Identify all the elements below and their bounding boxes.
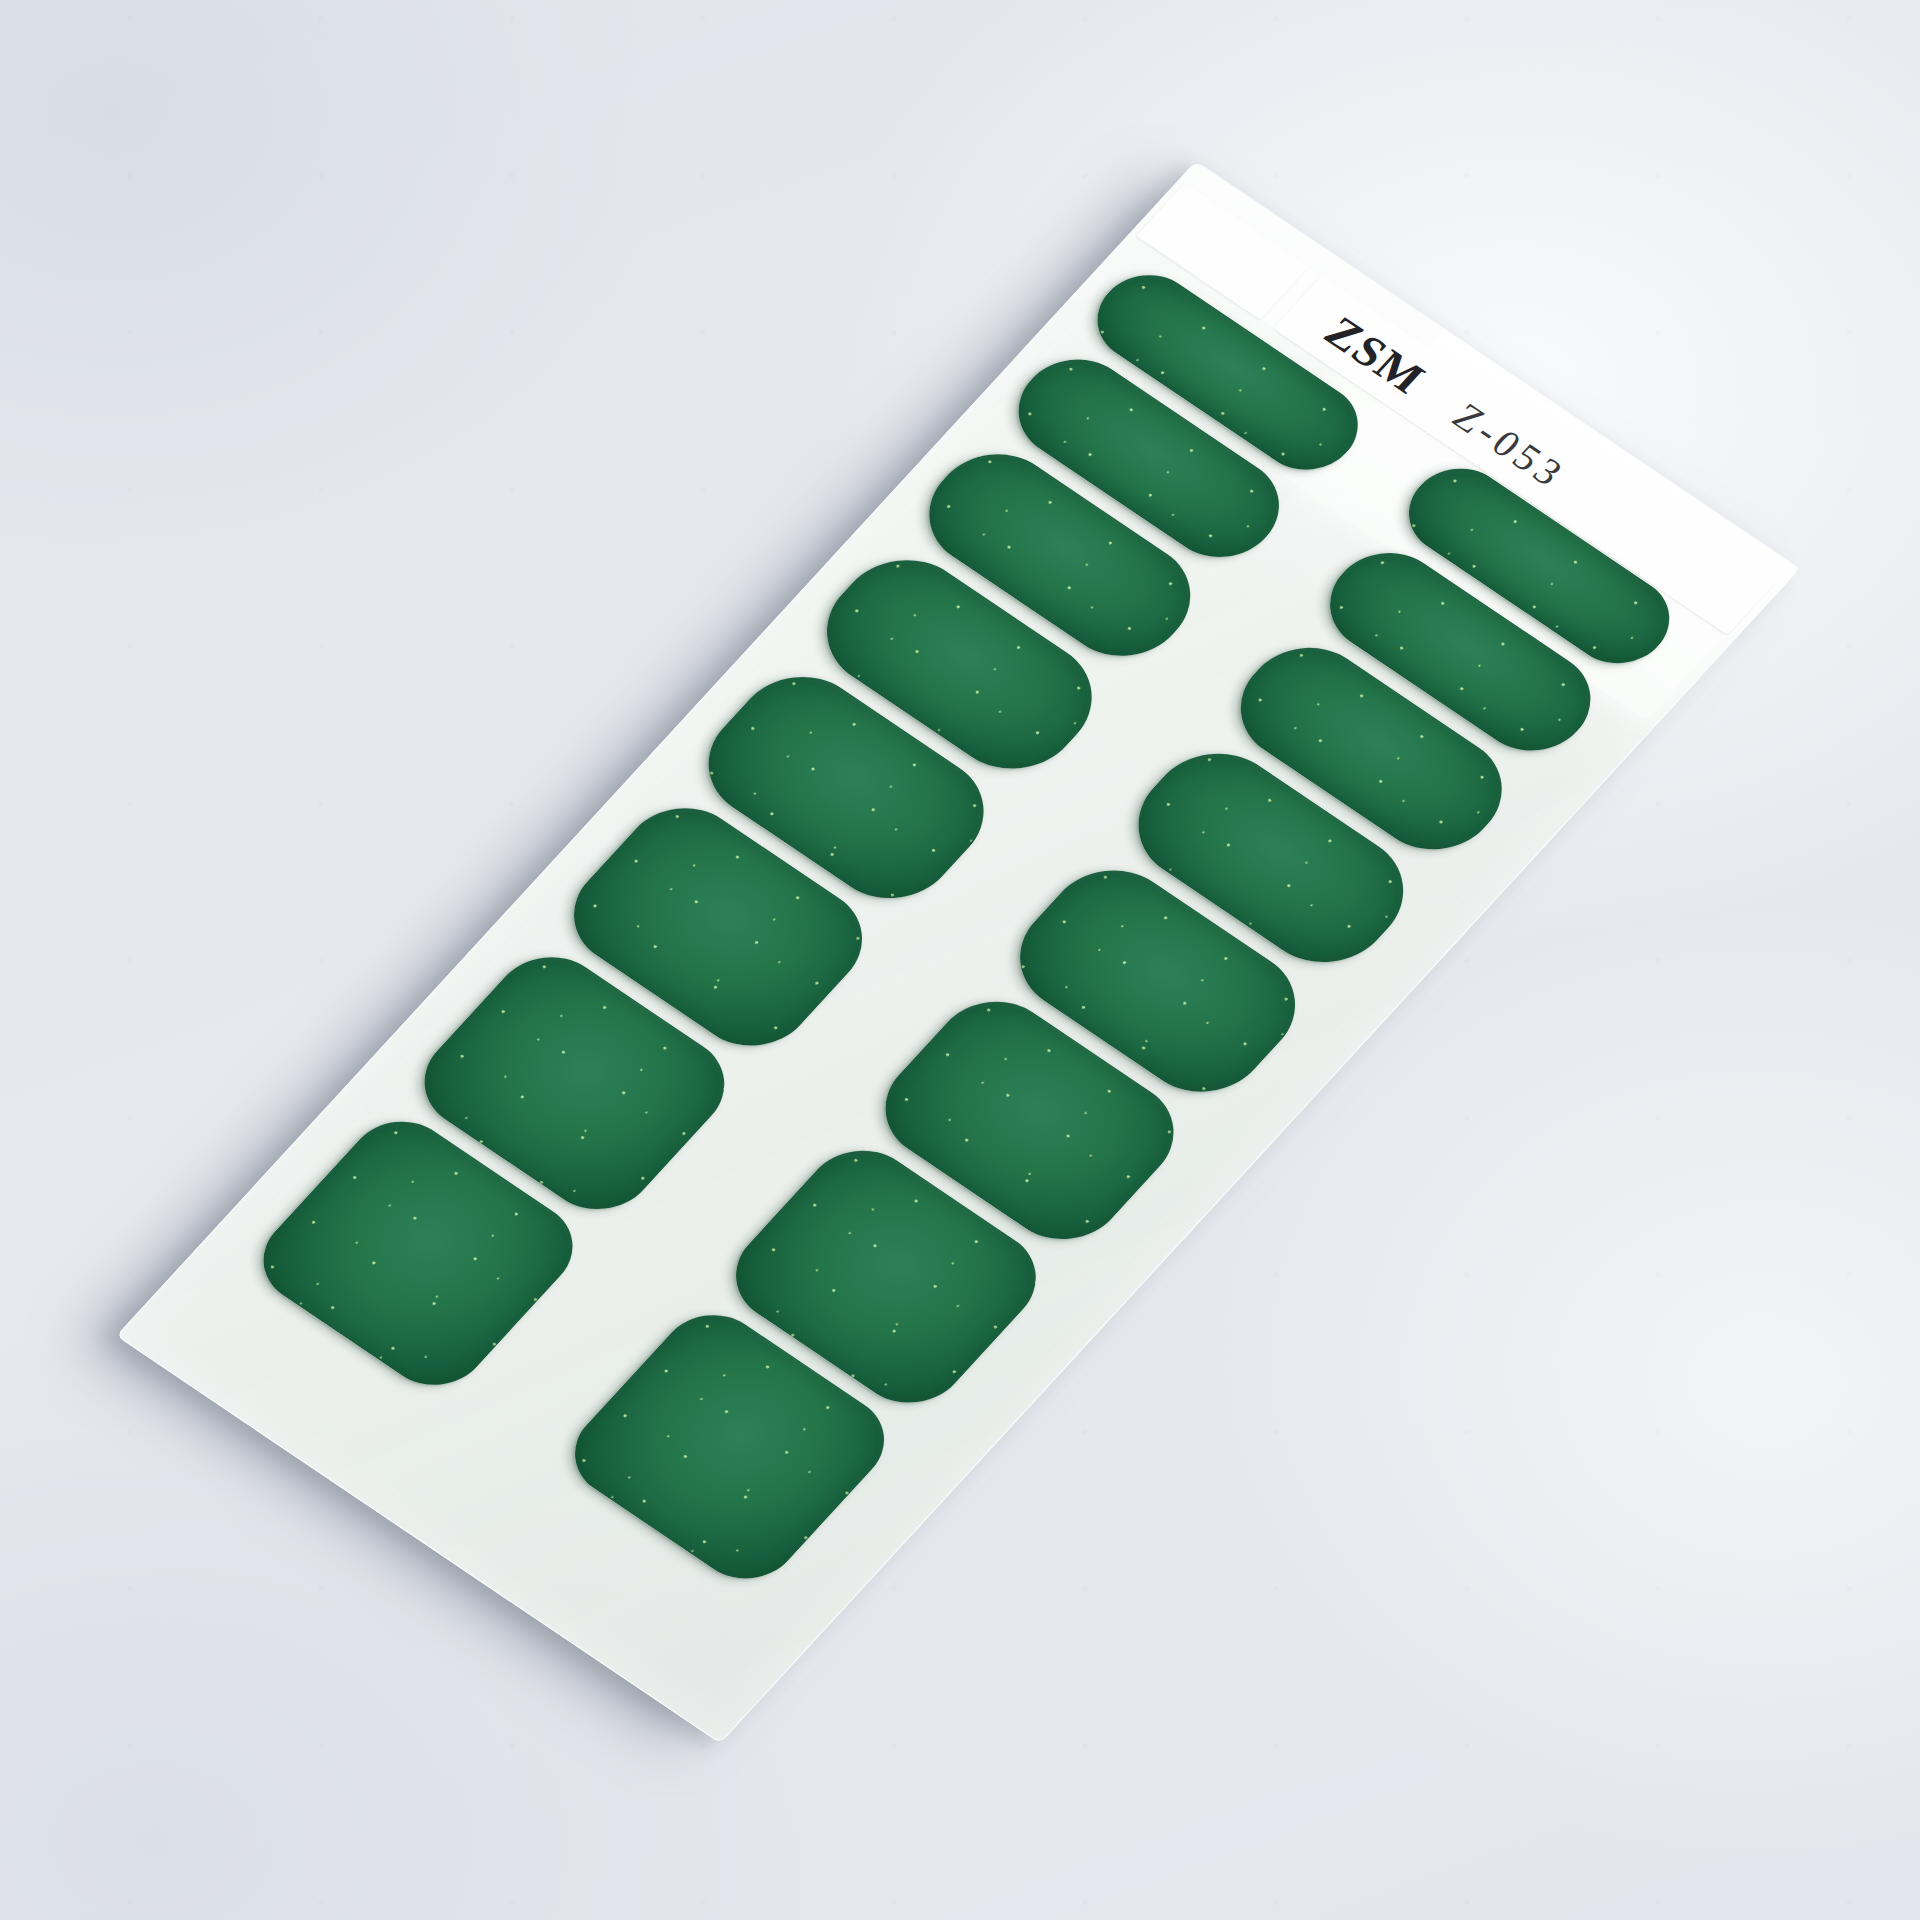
photo-scene: ZSM Z-053 — [0, 0, 1920, 1920]
